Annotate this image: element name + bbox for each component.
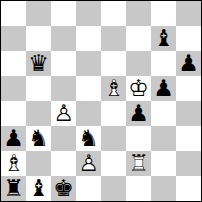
chess-board: ♝♛♟♝♗♚♔♟♟♙♟♟♞♞♝♗♟♙♜♖♜♝♚ xyxy=(1,1,201,201)
square-g4[interactable] xyxy=(151,101,176,126)
square-c5[interactable] xyxy=(51,76,76,101)
black-knight-icon: ♞ xyxy=(26,126,51,151)
white-bishop-outline: ♗ xyxy=(1,151,26,176)
square-e7[interactable] xyxy=(101,26,126,51)
square-d2[interactable]: ♟♙ xyxy=(76,151,101,176)
square-c1[interactable]: ♚ xyxy=(51,176,76,201)
square-h8[interactable] xyxy=(176,1,201,26)
black-pawn-icon: ♟ xyxy=(126,101,151,126)
square-b1[interactable]: ♝ xyxy=(26,176,51,201)
square-g8[interactable] xyxy=(151,1,176,26)
square-b5[interactable] xyxy=(26,76,51,101)
square-h5[interactable] xyxy=(176,76,201,101)
black-king-icon: ♚ xyxy=(51,176,76,201)
square-f6[interactable] xyxy=(126,51,151,76)
black-pawn-icon: ♟ xyxy=(151,76,176,101)
white-bishop-icon: ♝♗ xyxy=(101,76,126,101)
square-e3[interactable] xyxy=(101,126,126,151)
square-b4[interactable] xyxy=(26,101,51,126)
square-d4[interactable] xyxy=(76,101,101,126)
black-rook-icon: ♜ xyxy=(1,176,26,201)
square-f1[interactable] xyxy=(126,176,151,201)
square-d1[interactable] xyxy=(76,176,101,201)
square-a8[interactable] xyxy=(1,1,26,26)
square-a7[interactable] xyxy=(1,26,26,51)
square-e2[interactable] xyxy=(101,151,126,176)
square-h3[interactable] xyxy=(176,126,201,151)
square-a6[interactable] xyxy=(1,51,26,76)
square-h6[interactable]: ♟ xyxy=(176,51,201,76)
square-h7[interactable] xyxy=(176,26,201,51)
square-f5[interactable]: ♚♔ xyxy=(126,76,151,101)
square-a5[interactable] xyxy=(1,76,26,101)
square-c6[interactable] xyxy=(51,51,76,76)
square-f4[interactable]: ♟ xyxy=(126,101,151,126)
square-c7[interactable] xyxy=(51,26,76,51)
square-d8[interactable] xyxy=(76,1,101,26)
square-d5[interactable] xyxy=(76,76,101,101)
square-g2[interactable] xyxy=(151,151,176,176)
white-rook-icon: ♜♖ xyxy=(126,151,151,176)
square-b7[interactable] xyxy=(26,26,51,51)
white-king-icon: ♚♔ xyxy=(126,76,151,101)
square-e1[interactable] xyxy=(101,176,126,201)
square-a4[interactable] xyxy=(1,101,26,126)
white-pawn-icon: ♟♙ xyxy=(51,101,76,126)
square-g1[interactable] xyxy=(151,176,176,201)
white-bishop-icon: ♝♗ xyxy=(1,151,26,176)
square-h1[interactable] xyxy=(176,176,201,201)
square-h4[interactable] xyxy=(176,101,201,126)
square-a3[interactable]: ♟ xyxy=(1,126,26,151)
white-pawn-outline: ♙ xyxy=(76,151,101,176)
square-f2[interactable]: ♜♖ xyxy=(126,151,151,176)
white-pawn-outline: ♙ xyxy=(51,101,76,126)
square-c8[interactable] xyxy=(51,1,76,26)
square-g7[interactable]: ♝ xyxy=(151,26,176,51)
square-a2[interactable]: ♝♗ xyxy=(1,151,26,176)
black-pawn-icon: ♟ xyxy=(176,51,201,76)
square-c2[interactable] xyxy=(51,151,76,176)
square-b8[interactable] xyxy=(26,1,51,26)
square-e6[interactable] xyxy=(101,51,126,76)
square-g3[interactable] xyxy=(151,126,176,151)
square-c3[interactable] xyxy=(51,126,76,151)
square-d7[interactable] xyxy=(76,26,101,51)
square-c4[interactable]: ♟♙ xyxy=(51,101,76,126)
square-g6[interactable] xyxy=(151,51,176,76)
square-g5[interactable]: ♟ xyxy=(151,76,176,101)
black-bishop-icon: ♝ xyxy=(151,26,176,51)
black-knight-icon: ♞ xyxy=(76,126,101,151)
chess-board-frame: ♝♛♟♝♗♚♔♟♟♙♟♟♞♞♝♗♟♙♜♖♜♝♚ xyxy=(0,0,202,202)
square-b3[interactable]: ♞ xyxy=(26,126,51,151)
white-pawn-icon: ♟♙ xyxy=(76,151,101,176)
square-b2[interactable] xyxy=(26,151,51,176)
black-queen-icon: ♛ xyxy=(26,51,51,76)
square-f7[interactable] xyxy=(126,26,151,51)
square-f8[interactable] xyxy=(126,1,151,26)
square-b6[interactable]: ♛ xyxy=(26,51,51,76)
square-e5[interactable]: ♝♗ xyxy=(101,76,126,101)
white-rook-outline: ♖ xyxy=(126,151,151,176)
black-pawn-icon: ♟ xyxy=(1,126,26,151)
square-a1[interactable]: ♜ xyxy=(1,176,26,201)
square-e8[interactable] xyxy=(101,1,126,26)
white-king-outline: ♔ xyxy=(126,76,151,101)
square-h2[interactable] xyxy=(176,151,201,176)
square-d3[interactable]: ♞ xyxy=(76,126,101,151)
square-f3[interactable] xyxy=(126,126,151,151)
square-e4[interactable] xyxy=(101,101,126,126)
square-d6[interactable] xyxy=(76,51,101,76)
white-bishop-outline: ♗ xyxy=(101,76,126,101)
black-bishop-icon: ♝ xyxy=(26,176,51,201)
